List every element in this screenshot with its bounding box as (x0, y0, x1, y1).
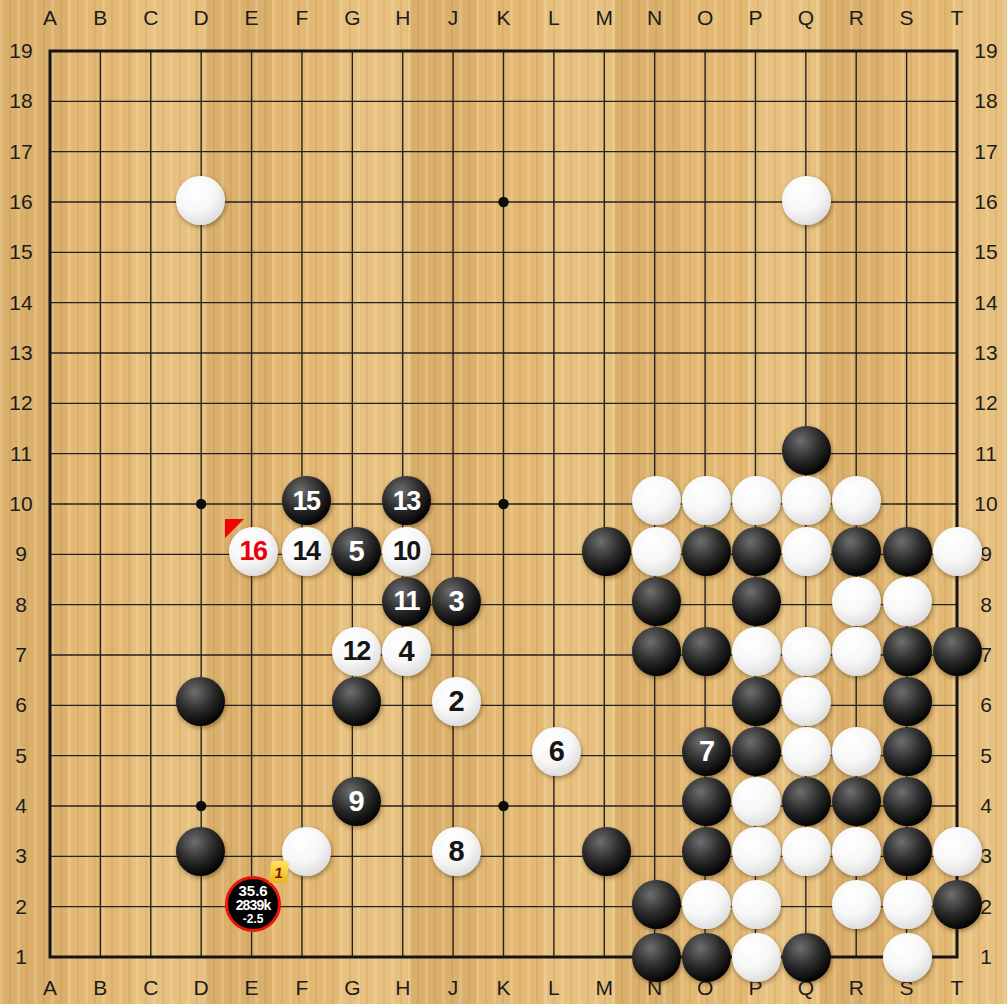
intersection-F11[interactable] (281, 426, 331, 476)
intersection-H15[interactable] (381, 226, 431, 276)
intersection-N11[interactable] (632, 426, 682, 476)
intersection-L10[interactable] (531, 476, 581, 526)
intersection-G9[interactable]: 5 (331, 526, 381, 576)
intersection-R7[interactable] (832, 626, 882, 676)
intersection-K11[interactable] (481, 426, 531, 476)
intersection-G3[interactable] (331, 826, 381, 876)
intersection-H13[interactable] (381, 326, 431, 376)
intersection-C17[interactable] (125, 126, 175, 176)
intersection-T12[interactable] (932, 376, 982, 426)
intersection-P13[interactable] (732, 326, 782, 376)
intersection-A14[interactable] (25, 276, 75, 326)
intersection-T11[interactable] (932, 426, 982, 476)
intersection-L4[interactable] (531, 776, 581, 826)
intersection-H2[interactable] (381, 876, 431, 932)
intersection-C3[interactable] (125, 826, 175, 876)
intersection-N7[interactable] (632, 626, 682, 676)
intersection-J7[interactable] (431, 626, 481, 676)
intersection-R10[interactable] (832, 476, 882, 526)
intersection-E9[interactable]: 16 (225, 526, 281, 576)
intersection-R5[interactable] (832, 726, 882, 776)
intersection-M12[interactable] (582, 376, 632, 426)
intersection-J15[interactable] (431, 226, 481, 276)
intersection-F2[interactable] (281, 876, 331, 932)
intersection-P4[interactable] (732, 776, 782, 826)
intersection-T10[interactable] (932, 476, 982, 526)
intersection-O12[interactable] (682, 376, 732, 426)
intersection-N18[interactable] (632, 76, 682, 126)
intersection-D14[interactable] (175, 276, 225, 326)
intersection-D4[interactable] (175, 776, 225, 826)
intersection-M9[interactable] (582, 526, 632, 576)
intersection-Q6[interactable] (782, 676, 832, 726)
intersection-O5[interactable]: 7 (682, 726, 732, 776)
intersection-A2[interactable] (25, 876, 75, 932)
intersection-A9[interactable] (25, 526, 75, 576)
intersection-D19[interactable] (175, 26, 225, 76)
intersection-C15[interactable] (125, 226, 175, 276)
intersection-E16[interactable] (225, 176, 281, 226)
intersection-A13[interactable] (25, 326, 75, 376)
intersection-Q2[interactable] (782, 876, 832, 932)
intersection-A5[interactable] (25, 726, 75, 776)
intersection-S7[interactable] (882, 626, 932, 676)
intersection-H6[interactable] (381, 676, 431, 726)
intersection-L1[interactable] (531, 932, 581, 982)
intersection-C18[interactable] (125, 76, 175, 126)
intersection-N13[interactable] (632, 326, 682, 376)
intersection-N17[interactable] (632, 126, 682, 176)
intersection-S2[interactable] (882, 876, 932, 932)
ai-candidate-move[interactable]: 1 35.6 2839k -2.5 (225, 876, 281, 932)
intersection-J8[interactable]: 3 (431, 576, 481, 626)
go-board[interactable]: 1513161451011312426798 1 35.6 2839k -2.5 (25, 26, 982, 982)
intersection-H16[interactable] (381, 176, 431, 226)
intersection-P15[interactable] (732, 226, 782, 276)
intersection-R8[interactable] (832, 576, 882, 626)
intersection-E14[interactable] (225, 276, 281, 326)
intersection-F5[interactable] (281, 726, 331, 776)
intersection-R17[interactable] (832, 126, 882, 176)
intersection-F12[interactable] (281, 376, 331, 426)
intersection-B10[interactable] (75, 476, 125, 526)
intersection-Q8[interactable] (782, 576, 832, 626)
intersection-S4[interactable] (882, 776, 932, 826)
intersection-N10[interactable] (632, 476, 682, 526)
intersection-D12[interactable] (175, 376, 225, 426)
intersection-T9[interactable] (932, 526, 982, 576)
intersection-J1[interactable] (431, 932, 481, 982)
intersection-D11[interactable] (175, 426, 225, 476)
intersection-N12[interactable] (632, 376, 682, 426)
intersection-J5[interactable] (431, 726, 481, 776)
intersection-N2[interactable] (632, 876, 682, 932)
intersection-L15[interactable] (531, 226, 581, 276)
intersection-D13[interactable] (175, 326, 225, 376)
intersection-K17[interactable] (481, 126, 531, 176)
intersection-E19[interactable] (225, 26, 281, 76)
intersection-T19[interactable] (932, 26, 982, 76)
intersection-E6[interactable] (225, 676, 281, 726)
intersection-B11[interactable] (75, 426, 125, 476)
intersection-J3[interactable]: 8 (431, 826, 481, 876)
intersection-Q5[interactable] (782, 726, 832, 776)
intersection-A18[interactable] (25, 76, 75, 126)
intersection-O16[interactable] (682, 176, 732, 226)
intersection-M16[interactable] (582, 176, 632, 226)
intersection-T13[interactable] (932, 326, 982, 376)
intersection-R15[interactable] (832, 226, 882, 276)
intersection-J17[interactable] (431, 126, 481, 176)
intersection-E12[interactable] (225, 376, 281, 426)
intersection-D7[interactable] (175, 626, 225, 676)
intersection-N8[interactable] (632, 576, 682, 626)
intersection-C13[interactable] (125, 326, 175, 376)
intersection-M1[interactable] (582, 932, 632, 982)
intersection-E18[interactable] (225, 76, 281, 126)
intersection-K4[interactable] (481, 776, 531, 826)
intersection-E8[interactable] (225, 576, 281, 626)
intersection-H7[interactable]: 4 (381, 626, 431, 676)
intersection-M19[interactable] (582, 26, 632, 76)
intersection-C16[interactable] (125, 176, 175, 226)
intersection-C8[interactable] (125, 576, 175, 626)
intersection-Q14[interactable] (782, 276, 832, 326)
intersection-M11[interactable] (582, 426, 632, 476)
intersection-G10[interactable] (331, 476, 381, 526)
intersection-T1[interactable] (932, 932, 982, 982)
intersection-K2[interactable] (481, 876, 531, 932)
intersection-D3[interactable] (175, 826, 225, 876)
intersection-F1[interactable] (281, 932, 331, 982)
intersection-C5[interactable] (125, 726, 175, 776)
intersection-K13[interactable] (481, 326, 531, 376)
intersection-M15[interactable] (582, 226, 632, 276)
intersection-L18[interactable] (531, 76, 581, 126)
intersection-F19[interactable] (281, 26, 331, 76)
intersection-A16[interactable] (25, 176, 75, 226)
intersection-R1[interactable] (832, 932, 882, 982)
intersection-R19[interactable] (832, 26, 882, 76)
intersection-N15[interactable] (632, 226, 682, 276)
intersection-C12[interactable] (125, 376, 175, 426)
intersection-S3[interactable] (882, 826, 932, 876)
intersection-Q9[interactable] (782, 526, 832, 576)
intersection-H10[interactable]: 13 (381, 476, 431, 526)
intersection-J6[interactable]: 2 (431, 676, 481, 726)
intersection-G2[interactable] (331, 876, 381, 932)
intersection-P1[interactable] (732, 932, 782, 982)
intersection-T15[interactable] (932, 226, 982, 276)
intersection-J14[interactable] (431, 276, 481, 326)
intersection-F3[interactable] (281, 826, 331, 876)
intersection-A12[interactable] (25, 376, 75, 426)
intersection-N5[interactable] (632, 726, 682, 776)
intersection-O4[interactable] (682, 776, 732, 826)
intersection-C19[interactable] (125, 26, 175, 76)
intersection-L5[interactable]: 6 (531, 726, 581, 776)
intersection-P5[interactable] (732, 726, 782, 776)
intersection-T17[interactable] (932, 126, 982, 176)
intersection-O13[interactable] (682, 326, 732, 376)
intersection-M8[interactable] (582, 576, 632, 626)
intersection-O19[interactable] (682, 26, 732, 76)
intersection-T14[interactable] (932, 276, 982, 326)
intersection-O9[interactable] (682, 526, 732, 576)
intersection-S13[interactable] (882, 326, 932, 376)
intersection-E17[interactable] (225, 126, 281, 176)
intersection-H8[interactable]: 11 (381, 576, 431, 626)
intersection-P9[interactable] (732, 526, 782, 576)
intersection-P18[interactable] (732, 76, 782, 126)
intersection-R11[interactable] (832, 426, 882, 476)
intersection-S11[interactable] (882, 426, 932, 476)
intersection-D9[interactable] (175, 526, 225, 576)
intersection-B13[interactable] (75, 326, 125, 376)
intersection-C10[interactable] (125, 476, 175, 526)
intersection-C2[interactable] (125, 876, 175, 932)
intersection-B8[interactable] (75, 576, 125, 626)
intersection-T16[interactable] (932, 176, 982, 226)
intersection-R16[interactable] (832, 176, 882, 226)
intersection-B19[interactable] (75, 26, 125, 76)
intersection-Q10[interactable] (782, 476, 832, 526)
intersection-S1[interactable] (882, 932, 932, 982)
intersection-C14[interactable] (125, 276, 175, 326)
intersection-A10[interactable] (25, 476, 75, 526)
intersection-N4[interactable] (632, 776, 682, 826)
intersection-O2[interactable] (682, 876, 732, 932)
intersection-R3[interactable] (832, 826, 882, 876)
intersection-A17[interactable] (25, 126, 75, 176)
intersection-S10[interactable] (882, 476, 932, 526)
intersection-A3[interactable] (25, 826, 75, 876)
intersection-R4[interactable] (832, 776, 882, 826)
intersection-G11[interactable] (331, 426, 381, 476)
intersection-G6[interactable] (331, 676, 381, 726)
intersection-L7[interactable] (531, 626, 581, 676)
intersection-J2[interactable] (431, 876, 481, 932)
intersection-E2[interactable]: 1 35.6 2839k -2.5 (225, 876, 281, 932)
intersection-T7[interactable] (932, 626, 982, 676)
intersection-K14[interactable] (481, 276, 531, 326)
intersection-G5[interactable] (331, 726, 381, 776)
intersection-Q19[interactable] (782, 26, 832, 76)
intersection-H11[interactable] (381, 426, 431, 476)
intersection-S18[interactable] (882, 76, 932, 126)
intersection-A15[interactable] (25, 226, 75, 276)
intersection-P2[interactable] (732, 876, 782, 932)
intersection-F8[interactable] (281, 576, 331, 626)
intersection-G19[interactable] (331, 26, 381, 76)
intersection-M7[interactable] (582, 626, 632, 676)
intersection-Q3[interactable] (782, 826, 832, 876)
intersection-H12[interactable] (381, 376, 431, 426)
intersection-B17[interactable] (75, 126, 125, 176)
intersection-E7[interactable] (225, 626, 281, 676)
intersection-F16[interactable] (281, 176, 331, 226)
intersection-A7[interactable] (25, 626, 75, 676)
intersection-T2[interactable] (932, 876, 982, 932)
intersection-T5[interactable] (932, 726, 982, 776)
intersection-L16[interactable] (531, 176, 581, 226)
intersection-P17[interactable] (732, 126, 782, 176)
intersection-M14[interactable] (582, 276, 632, 326)
intersection-B4[interactable] (75, 776, 125, 826)
intersection-B15[interactable] (75, 226, 125, 276)
intersection-B7[interactable] (75, 626, 125, 676)
intersection-K19[interactable] (481, 26, 531, 76)
intersection-A1[interactable] (25, 932, 75, 982)
intersection-F9[interactable]: 14 (281, 526, 331, 576)
intersection-C6[interactable] (125, 676, 175, 726)
intersection-S8[interactable] (882, 576, 932, 626)
intersection-G16[interactable] (331, 176, 381, 226)
intersection-J10[interactable] (431, 476, 481, 526)
intersection-B12[interactable] (75, 376, 125, 426)
intersection-L19[interactable] (531, 26, 581, 76)
intersection-D16[interactable] (175, 176, 225, 226)
intersection-Q12[interactable] (782, 376, 832, 426)
intersection-S15[interactable] (882, 226, 932, 276)
intersection-O10[interactable] (682, 476, 732, 526)
intersection-L3[interactable] (531, 826, 581, 876)
intersection-N19[interactable] (632, 26, 682, 76)
intersection-R2[interactable] (832, 876, 882, 932)
intersection-F7[interactable] (281, 626, 331, 676)
intersection-A11[interactable] (25, 426, 75, 476)
intersection-M18[interactable] (582, 76, 632, 126)
intersection-S16[interactable] (882, 176, 932, 226)
intersection-C9[interactable] (125, 526, 175, 576)
intersection-O11[interactable] (682, 426, 732, 476)
intersection-P10[interactable] (732, 476, 782, 526)
intersection-P6[interactable] (732, 676, 782, 726)
intersection-F4[interactable] (281, 776, 331, 826)
intersection-O7[interactable] (682, 626, 732, 676)
intersection-D2[interactable] (175, 876, 225, 932)
intersection-E1[interactable] (225, 932, 281, 982)
intersection-K7[interactable] (481, 626, 531, 676)
intersection-F6[interactable] (281, 676, 331, 726)
intersection-O17[interactable] (682, 126, 732, 176)
intersection-K15[interactable] (481, 226, 531, 276)
intersection-O18[interactable] (682, 76, 732, 126)
intersection-F13[interactable] (281, 326, 331, 376)
intersection-G18[interactable] (331, 76, 381, 126)
intersection-B14[interactable] (75, 276, 125, 326)
intersection-G4[interactable]: 9 (331, 776, 381, 826)
intersection-F14[interactable] (281, 276, 331, 326)
intersection-B16[interactable] (75, 176, 125, 226)
intersection-P16[interactable] (732, 176, 782, 226)
intersection-B5[interactable] (75, 726, 125, 776)
intersection-L12[interactable] (531, 376, 581, 426)
intersection-L13[interactable] (531, 326, 581, 376)
intersection-F10[interactable]: 15 (281, 476, 331, 526)
intersection-A8[interactable] (25, 576, 75, 626)
intersection-Q16[interactable] (782, 176, 832, 226)
intersection-Q11[interactable] (782, 426, 832, 476)
intersection-B9[interactable] (75, 526, 125, 576)
intersection-P7[interactable] (732, 626, 782, 676)
intersection-Q13[interactable] (782, 326, 832, 376)
intersection-F15[interactable] (281, 226, 331, 276)
intersection-D8[interactable] (175, 576, 225, 626)
intersection-N9[interactable] (632, 526, 682, 576)
intersection-R14[interactable] (832, 276, 882, 326)
intersection-M13[interactable] (582, 326, 632, 376)
intersection-A4[interactable] (25, 776, 75, 826)
intersection-A19[interactable] (25, 26, 75, 76)
intersection-M5[interactable] (582, 726, 632, 776)
intersection-J4[interactable] (431, 776, 481, 826)
intersection-J19[interactable] (431, 26, 481, 76)
intersection-J16[interactable] (431, 176, 481, 226)
intersection-E11[interactable] (225, 426, 281, 476)
intersection-S9[interactable] (882, 526, 932, 576)
intersection-B6[interactable] (75, 676, 125, 726)
intersection-G1[interactable] (331, 932, 381, 982)
intersection-K12[interactable] (481, 376, 531, 426)
intersection-G13[interactable] (331, 326, 381, 376)
intersection-R6[interactable] (832, 676, 882, 726)
intersection-G15[interactable] (331, 226, 381, 276)
intersection-Q1[interactable] (782, 932, 832, 982)
intersection-D17[interactable] (175, 126, 225, 176)
intersection-T18[interactable] (932, 76, 982, 126)
intersection-K5[interactable] (481, 726, 531, 776)
intersection-Q18[interactable] (782, 76, 832, 126)
intersection-N16[interactable] (632, 176, 682, 226)
intersection-T6[interactable] (932, 676, 982, 726)
intersection-Q7[interactable] (782, 626, 832, 676)
intersection-H4[interactable] (381, 776, 431, 826)
intersection-L9[interactable] (531, 526, 581, 576)
intersection-C1[interactable] (125, 932, 175, 982)
intersection-K16[interactable] (481, 176, 531, 226)
intersection-N14[interactable] (632, 276, 682, 326)
intersection-B3[interactable] (75, 826, 125, 876)
intersection-L6[interactable] (531, 676, 581, 726)
intersection-T3[interactable] (932, 826, 982, 876)
intersection-E4[interactable] (225, 776, 281, 826)
intersection-Q15[interactable] (782, 226, 832, 276)
intersection-E13[interactable] (225, 326, 281, 376)
intersection-O8[interactable] (682, 576, 732, 626)
intersection-S5[interactable] (882, 726, 932, 776)
intersection-J13[interactable] (431, 326, 481, 376)
intersection-K6[interactable] (481, 676, 531, 726)
intersection-K9[interactable] (481, 526, 531, 576)
intersection-C7[interactable] (125, 626, 175, 676)
intersection-R13[interactable] (832, 326, 882, 376)
intersection-H3[interactable] (381, 826, 431, 876)
intersection-D5[interactable] (175, 726, 225, 776)
intersection-D10[interactable] (175, 476, 225, 526)
intersection-E15[interactable] (225, 226, 281, 276)
intersection-Q4[interactable] (782, 776, 832, 826)
intersection-G7[interactable]: 12 (331, 626, 381, 676)
intersection-M17[interactable] (582, 126, 632, 176)
intersection-H14[interactable] (381, 276, 431, 326)
intersection-H17[interactable] (381, 126, 431, 176)
intersection-O1[interactable] (682, 932, 732, 982)
intersection-T4[interactable] (932, 776, 982, 826)
intersection-K8[interactable] (481, 576, 531, 626)
intersection-L17[interactable] (531, 126, 581, 176)
intersection-K10[interactable] (481, 476, 531, 526)
